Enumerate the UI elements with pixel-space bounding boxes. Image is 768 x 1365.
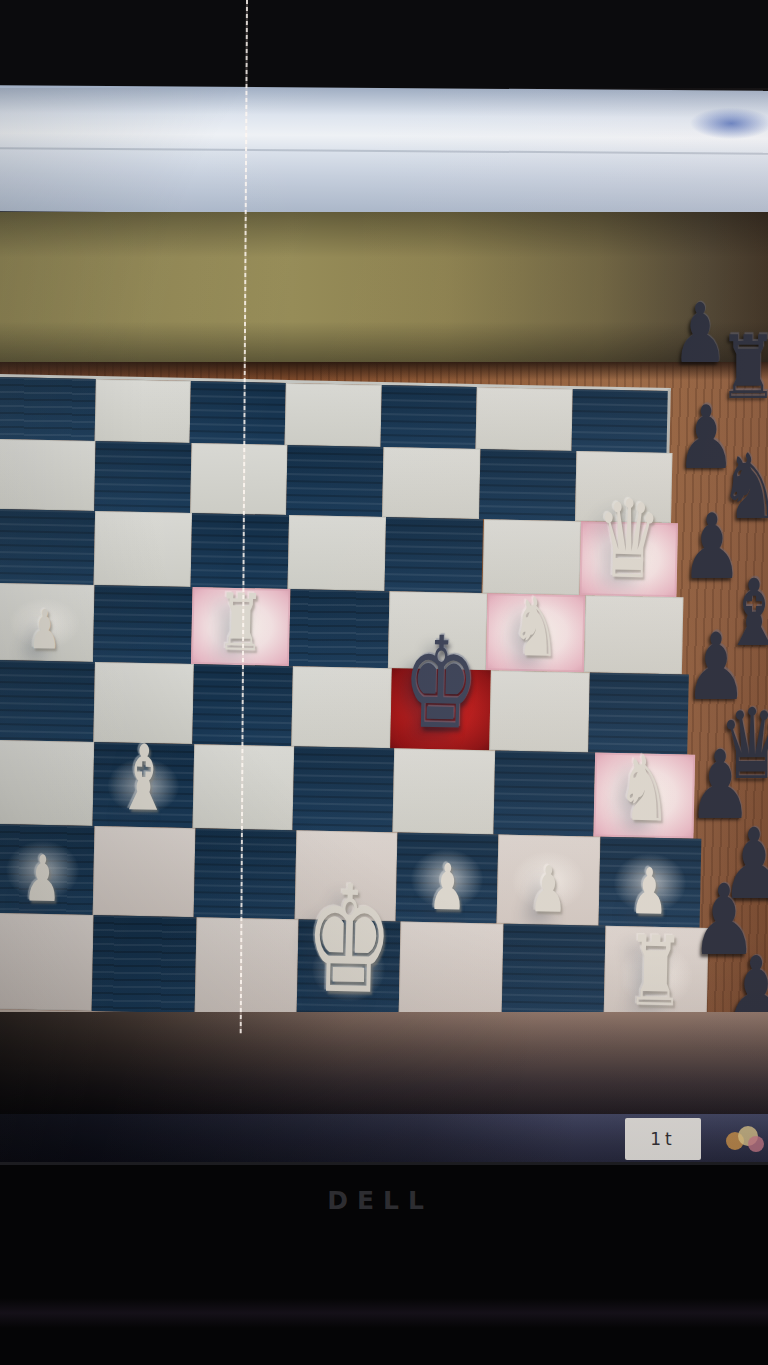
board-rank-6 — [0, 507, 678, 597]
piece-white-bishop-c3[interactable]: ♝ — [116, 733, 172, 825]
square-d2[interactable] — [193, 828, 296, 919]
square-b8[interactable] — [0, 377, 95, 441]
piece-white-pawn-f2[interactable]: ♟ — [428, 855, 467, 919]
board-rank-4 — [0, 658, 689, 755]
piece-white-pawn-b5[interactable]: ♟ — [28, 602, 62, 657]
square-d3[interactable] — [193, 744, 295, 830]
square-e7[interactable] — [286, 445, 384, 517]
square-f7[interactable] — [382, 447, 480, 519]
bezel-reflection-streak — [0, 1298, 768, 1328]
table-front-shadow — [0, 1012, 768, 1114]
square-d1[interactable] — [194, 917, 298, 1015]
square-c7[interactable] — [94, 441, 192, 513]
square-e3[interactable] — [293, 746, 395, 832]
square-g7[interactable] — [479, 449, 577, 521]
tray-color-icon[interactable] — [724, 1126, 768, 1158]
piece-white-queen-h6[interactable]: ♛ — [596, 485, 663, 594]
square-e6[interactable] — [288, 515, 387, 591]
square-c8[interactable] — [94, 379, 191, 443]
glare-divider-line — [0, 147, 768, 154]
square-c2[interactable] — [92, 826, 195, 917]
square-c1[interactable] — [92, 915, 196, 1013]
square-b7[interactable] — [0, 439, 95, 511]
square-f1[interactable] — [399, 922, 503, 1020]
square-g3[interactable] — [493, 750, 595, 836]
square-f8[interactable] — [380, 385, 477, 449]
square-b3[interactable] — [0, 740, 94, 826]
piece-white-rook-h1[interactable]: ♜ — [626, 923, 686, 1021]
square-c6[interactable] — [94, 511, 193, 587]
piece-black-king-f4[interactable]: ♚ — [402, 620, 480, 748]
square-h8[interactable] — [571, 389, 668, 453]
square-f6[interactable] — [385, 517, 484, 593]
square-b6[interactable] — [0, 509, 95, 585]
room-dark-top — [0, 0, 768, 92]
square-g1[interactable] — [501, 924, 605, 1022]
square-e4[interactable] — [291, 666, 392, 748]
square-d8[interactable] — [190, 381, 287, 445]
blue-reflection-smudge — [676, 102, 768, 145]
dell-logo: DELL — [300, 1186, 460, 1215]
square-g8[interactable] — [476, 387, 573, 451]
square-b4[interactable] — [0, 660, 95, 742]
tray-language-box[interactable]: 1t — [625, 1118, 701, 1160]
square-e8[interactable] — [285, 383, 382, 447]
bezel-edge — [0, 1162, 768, 1165]
olive-wall-band — [0, 212, 768, 364]
square-f3[interactable] — [393, 748, 495, 834]
monitor-bezel: DELL — [0, 1162, 768, 1365]
piece-white-king-e1[interactable]: ♚ — [304, 866, 395, 1015]
windows-taskbar[interactable]: 1t — [0, 1114, 768, 1162]
piece-white-knight-g5[interactable]: ♞ — [510, 586, 560, 669]
board-rank-3 — [0, 738, 695, 839]
piece-white-pawn-g2[interactable]: ♟ — [529, 857, 568, 921]
monitor-photo: ♛♟♜♞♚♝♞♟♟♟♟♚♜ ♟♜♟♞♟♝♟♛♟♟♟♟ 1t DELL — [0, 0, 768, 1365]
tray-icon-dot-pink — [748, 1136, 764, 1152]
chessboard[interactable]: ♛♟♜♞♚♝♞♟♟♟♟♚♜ — [0, 372, 671, 1032]
square-e5[interactable] — [289, 589, 389, 668]
screen-glare-band — [0, 85, 768, 216]
square-d7[interactable] — [190, 443, 288, 515]
piece-white-pawn-h2[interactable]: ♟ — [630, 859, 669, 923]
square-b1[interactable] — [0, 913, 94, 1011]
board-rank-5 — [0, 581, 683, 674]
square-c5[interactable] — [93, 585, 193, 664]
square-h5[interactable] — [584, 595, 684, 674]
square-g4[interactable] — [489, 670, 590, 752]
piece-white-pawn-b2[interactable]: ♟ — [23, 846, 62, 910]
piece-white-knight-h3[interactable]: ♞ — [616, 744, 672, 836]
